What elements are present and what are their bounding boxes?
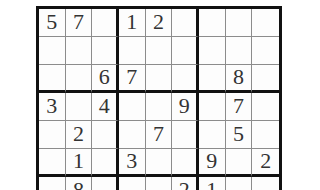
cell-r5c4 xyxy=(119,121,146,149)
cell-r4c1: 3 xyxy=(39,93,66,121)
cell-r1c9 xyxy=(252,9,279,37)
cell-r4c3: 4 xyxy=(92,93,119,121)
cell-r5c8: 5 xyxy=(226,121,253,149)
cell-r5c3 xyxy=(92,121,119,149)
cell-r5c6 xyxy=(172,121,199,149)
cell-r6c5 xyxy=(146,149,173,177)
cell-r1c6 xyxy=(172,9,199,37)
cell-r7c1 xyxy=(39,177,66,190)
cell-r1c4: 1 xyxy=(119,9,146,37)
cell-r7c7: 1 xyxy=(199,177,226,190)
cell-r6c3 xyxy=(92,149,119,177)
cell-r4c5 xyxy=(146,93,173,121)
cell-r1c5: 2 xyxy=(146,9,173,37)
cell-r7c8 xyxy=(226,177,253,190)
cell-r7c9 xyxy=(252,177,279,190)
cell-r4c7 xyxy=(199,93,226,121)
cell-r2c1 xyxy=(39,37,66,65)
cell-r1c8 xyxy=(226,9,253,37)
cell-r2c5 xyxy=(146,37,173,65)
sudoku-board: 571267834972751392821 xyxy=(36,6,282,190)
cell-r2c6 xyxy=(172,37,199,65)
cell-r3c9 xyxy=(252,65,279,93)
cell-r7c3 xyxy=(92,177,119,190)
cell-r6c9: 2 xyxy=(252,149,279,177)
cell-r6c6 xyxy=(172,149,199,177)
cell-r3c6 xyxy=(172,65,199,93)
cell-r6c2: 1 xyxy=(66,149,93,177)
cell-r7c4 xyxy=(119,177,146,190)
cell-r7c6: 2 xyxy=(172,177,199,190)
cell-r2c8 xyxy=(226,37,253,65)
cell-r7c5 xyxy=(146,177,173,190)
cell-r5c5: 7 xyxy=(146,121,173,149)
cell-r3c5 xyxy=(146,65,173,93)
cell-r6c4: 3 xyxy=(119,149,146,177)
cell-r5c7 xyxy=(199,121,226,149)
cell-r1c1: 5 xyxy=(39,9,66,37)
cell-r4c8: 7 xyxy=(226,93,253,121)
cell-r7c2: 8 xyxy=(66,177,93,190)
cell-r4c2 xyxy=(66,93,93,121)
sudoku-screenshot: 571267834972751392821 xyxy=(0,0,320,190)
cell-r6c7: 9 xyxy=(199,149,226,177)
cell-r4c9 xyxy=(252,93,279,121)
cell-r2c4 xyxy=(119,37,146,65)
cell-r2c2 xyxy=(66,37,93,65)
cell-r3c3: 6 xyxy=(92,65,119,93)
cell-r3c7 xyxy=(199,65,226,93)
cell-r1c7 xyxy=(199,9,226,37)
cell-r1c2: 7 xyxy=(66,9,93,37)
cell-r2c9 xyxy=(252,37,279,65)
cell-r4c4 xyxy=(119,93,146,121)
cell-r5c1 xyxy=(39,121,66,149)
cell-r3c1 xyxy=(39,65,66,93)
cell-r3c8: 8 xyxy=(226,65,253,93)
cell-r6c1 xyxy=(39,149,66,177)
cell-r2c3 xyxy=(92,37,119,65)
cell-r2c7 xyxy=(199,37,226,65)
cell-r3c2 xyxy=(66,65,93,93)
cell-r5c2: 2 xyxy=(66,121,93,149)
cell-r3c4: 7 xyxy=(119,65,146,93)
cell-r6c8 xyxy=(226,149,253,177)
cell-r5c9 xyxy=(252,121,279,149)
cell-r1c3 xyxy=(92,9,119,37)
cell-r4c6: 9 xyxy=(172,93,199,121)
